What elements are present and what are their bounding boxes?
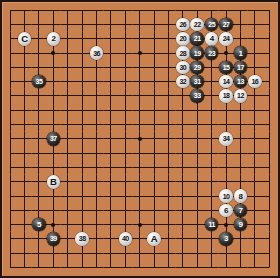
board-intersection xyxy=(75,89,89,103)
board-intersection xyxy=(17,175,31,189)
stone-black-7: 7 xyxy=(234,204,248,218)
board-intersection xyxy=(147,17,161,31)
stone-white-34: 34 xyxy=(219,132,233,146)
board-intersection xyxy=(133,3,147,17)
board-intersection xyxy=(104,175,118,189)
board-intersection xyxy=(46,260,60,274)
board-intersection xyxy=(75,103,89,117)
stone-black-29: 29 xyxy=(190,61,204,75)
board-intersection xyxy=(17,232,31,246)
board-intersection xyxy=(61,146,75,160)
board-intersection xyxy=(3,232,17,246)
board-intersection xyxy=(17,89,31,103)
board-intersection xyxy=(3,103,17,117)
board-intersection xyxy=(248,117,262,131)
board-intersection: 11 xyxy=(204,217,218,231)
board-intersection xyxy=(161,103,175,117)
board-intersection xyxy=(17,217,31,231)
stone-black-15: 15 xyxy=(219,61,233,75)
board-intersection xyxy=(262,3,276,17)
board-intersection xyxy=(204,132,218,146)
stone-black-19: 19 xyxy=(190,46,204,60)
board-intersection xyxy=(219,146,233,160)
board-intersection xyxy=(3,46,17,60)
board-intersection xyxy=(61,74,75,88)
board-intersection xyxy=(118,132,132,146)
board-intersection xyxy=(190,3,204,17)
board-intersection xyxy=(262,74,276,88)
board-intersection xyxy=(147,32,161,46)
board-intersection xyxy=(89,117,103,131)
board-intersection xyxy=(176,232,190,246)
board-intersection xyxy=(32,17,46,31)
board-intersection: 29 xyxy=(190,60,204,74)
stone-white-24: 24 xyxy=(219,32,233,46)
board-intersection xyxy=(248,3,262,17)
board-intersection xyxy=(248,217,262,231)
board-intersection xyxy=(262,103,276,117)
board-intersection xyxy=(3,117,17,131)
board-intersection xyxy=(118,203,132,217)
board-intersection xyxy=(176,89,190,103)
board-intersection xyxy=(75,246,89,260)
board-intersection xyxy=(46,160,60,174)
board-intersection xyxy=(3,217,17,231)
board-intersection xyxy=(133,46,147,60)
board-intersection xyxy=(161,3,175,17)
board-intersection xyxy=(89,3,103,17)
board-intersection xyxy=(89,246,103,260)
board-intersection xyxy=(262,175,276,189)
board-intersection xyxy=(133,175,147,189)
board-intersection xyxy=(75,160,89,174)
board-intersection xyxy=(133,32,147,46)
board-intersection: 38 xyxy=(75,232,89,246)
board-intersection xyxy=(161,32,175,46)
stone-white-8: 8 xyxy=(234,189,248,203)
board-intersection xyxy=(17,60,31,74)
board-intersection xyxy=(3,17,17,31)
board-intersection xyxy=(118,260,132,274)
board-intersection xyxy=(61,17,75,31)
board-intersection xyxy=(89,189,103,203)
board-intersection xyxy=(248,46,262,60)
board-intersection xyxy=(161,60,175,74)
board-intersection xyxy=(46,189,60,203)
board-intersection xyxy=(46,74,60,88)
board-intersection xyxy=(133,146,147,160)
board-intersection xyxy=(89,103,103,117)
board-intersection xyxy=(17,117,31,131)
board-intersection xyxy=(190,160,204,174)
board-intersection xyxy=(233,17,247,31)
board-intersection xyxy=(133,103,147,117)
board-intersection xyxy=(176,203,190,217)
board-intersection xyxy=(262,217,276,231)
board-intersection xyxy=(61,260,75,274)
stone-white-30: 30 xyxy=(176,61,190,75)
board-intersection xyxy=(3,132,17,146)
board-intersection: 23 xyxy=(204,46,218,60)
board-intersection xyxy=(204,117,218,131)
board-intersection xyxy=(204,203,218,217)
board-intersection xyxy=(161,17,175,31)
board-intersection xyxy=(204,175,218,189)
board-intersection xyxy=(248,160,262,174)
board-intersection xyxy=(190,217,204,231)
board-intersection xyxy=(104,3,118,17)
stone-white-36: 36 xyxy=(90,46,104,60)
board-intersection xyxy=(133,260,147,274)
stone-white-22: 22 xyxy=(190,18,204,32)
board-intersection xyxy=(61,89,75,103)
board-intersection xyxy=(262,260,276,274)
board-intersection xyxy=(147,89,161,103)
board-intersection: 8 xyxy=(233,189,247,203)
board-intersection xyxy=(233,160,247,174)
star-point xyxy=(224,51,228,55)
stone-white-32: 32 xyxy=(176,75,190,89)
board-intersection xyxy=(190,175,204,189)
board-intersection xyxy=(17,160,31,174)
board-intersection xyxy=(262,189,276,203)
board-intersection xyxy=(104,189,118,203)
board-intersection xyxy=(32,160,46,174)
board-intersection xyxy=(75,17,89,31)
stone-black-21: 21 xyxy=(190,32,204,46)
board-intersection xyxy=(204,260,218,274)
stone-white-28: 28 xyxy=(176,46,190,60)
stone-white-4: 4 xyxy=(205,32,219,46)
board-intersection xyxy=(133,232,147,246)
board-intersection xyxy=(3,89,17,103)
board-intersection xyxy=(248,132,262,146)
board-intersection xyxy=(248,32,262,46)
board-intersection xyxy=(248,260,262,274)
board-intersection xyxy=(104,89,118,103)
board-intersection xyxy=(204,232,218,246)
board-intersection: 4 xyxy=(204,32,218,46)
board-intersection xyxy=(75,74,89,88)
board-intersection xyxy=(147,3,161,17)
board-intersection xyxy=(89,260,103,274)
board-intersection xyxy=(204,246,218,260)
board-intersection xyxy=(248,246,262,260)
board-intersection xyxy=(3,175,17,189)
board-intersection xyxy=(161,175,175,189)
board-intersection xyxy=(75,3,89,17)
board-intersection xyxy=(176,117,190,131)
board-intersection xyxy=(262,232,276,246)
board-intersection xyxy=(248,232,262,246)
board-intersection: 20 xyxy=(176,32,190,46)
board-intersection xyxy=(3,32,17,46)
board-intersection xyxy=(262,17,276,31)
board-intersection: 16 xyxy=(248,74,262,88)
board-intersection xyxy=(17,203,31,217)
board-intersection xyxy=(75,60,89,74)
board-intersection: 3 xyxy=(219,232,233,246)
board-intersection: 15 xyxy=(219,60,233,74)
board-intersection xyxy=(104,117,118,131)
board-intersection xyxy=(161,160,175,174)
board-intersection xyxy=(46,103,60,117)
board-intersection xyxy=(17,17,31,31)
stone-black-3: 3 xyxy=(219,232,233,246)
board-intersection xyxy=(46,60,60,74)
board-intersection xyxy=(118,89,132,103)
stone-white-16: 16 xyxy=(248,75,262,89)
board-intersection: 35 xyxy=(32,74,46,88)
board-intersection xyxy=(204,146,218,160)
board-intersection xyxy=(147,246,161,260)
board-intersection xyxy=(17,189,31,203)
stone-black-23: 23 xyxy=(205,46,219,60)
board-intersection: 12 xyxy=(233,89,247,103)
board-intersection xyxy=(32,175,46,189)
board-intersection xyxy=(3,74,17,88)
stone-white-20: 20 xyxy=(176,32,190,46)
board-intersection xyxy=(118,17,132,31)
board-intersection xyxy=(32,89,46,103)
board-intersection xyxy=(248,103,262,117)
board-intersection xyxy=(46,89,60,103)
board-intersection xyxy=(3,3,17,17)
board-intersection xyxy=(89,203,103,217)
board-intersection xyxy=(32,189,46,203)
board-intersection xyxy=(233,3,247,17)
board-intersection: 22 xyxy=(190,17,204,31)
board-intersection xyxy=(190,117,204,131)
board-intersection xyxy=(248,175,262,189)
board-intersection xyxy=(233,117,247,131)
board-intersection: C xyxy=(17,32,31,46)
board-intersection xyxy=(133,60,147,74)
board-intersection xyxy=(32,103,46,117)
board-intersection xyxy=(219,246,233,260)
stone-black-17: 17 xyxy=(234,61,248,75)
board-intersection xyxy=(176,160,190,174)
board-intersection xyxy=(104,17,118,31)
board-intersection xyxy=(204,60,218,74)
board-intersection: 36 xyxy=(89,46,103,60)
board-intersection xyxy=(219,3,233,17)
board-intersection xyxy=(46,3,60,17)
stone-white-40: 40 xyxy=(119,232,133,246)
board-intersection xyxy=(161,203,175,217)
stone-black-25: 25 xyxy=(205,18,219,32)
board-intersection xyxy=(161,74,175,88)
board-intersection xyxy=(61,103,75,117)
star-point xyxy=(51,51,55,55)
board-intersection: 13 xyxy=(233,74,247,88)
board-intersection: 40 xyxy=(118,232,132,246)
board-intersection xyxy=(32,60,46,74)
board-intersection xyxy=(104,32,118,46)
board-intersection xyxy=(89,132,103,146)
board-intersection xyxy=(133,189,147,203)
board-intersection xyxy=(161,132,175,146)
stone-black-11: 11 xyxy=(205,218,219,232)
board-intersection xyxy=(46,217,60,231)
board-intersection xyxy=(248,203,262,217)
board-intersection xyxy=(133,89,147,103)
board-intersection xyxy=(147,132,161,146)
board-intersection xyxy=(3,189,17,203)
stone-black-13: 13 xyxy=(234,75,248,89)
board-intersection xyxy=(75,203,89,217)
board-intersection xyxy=(190,103,204,117)
board-intersection: 1 xyxy=(233,46,247,60)
board-intersection xyxy=(233,175,247,189)
board-intersection xyxy=(89,32,103,46)
board-intersection xyxy=(3,60,17,74)
board-intersection xyxy=(161,246,175,260)
board-intersection: 10 xyxy=(219,189,233,203)
board-intersection xyxy=(248,146,262,160)
board-intersection xyxy=(17,146,31,160)
board-intersection xyxy=(46,203,60,217)
board-intersection xyxy=(262,32,276,46)
board-intersection xyxy=(75,132,89,146)
board-intersection xyxy=(89,89,103,103)
stone-black-37: 37 xyxy=(47,132,61,146)
board-intersection xyxy=(176,146,190,160)
board-intersection xyxy=(219,260,233,274)
board-intersection xyxy=(248,189,262,203)
board-intersection xyxy=(147,175,161,189)
star-point xyxy=(224,223,228,227)
board-intersection: 28 xyxy=(176,46,190,60)
board-intersection xyxy=(17,246,31,260)
board-intersection xyxy=(161,146,175,160)
board-intersection xyxy=(61,3,75,17)
board-intersection xyxy=(176,103,190,117)
board-intersection xyxy=(89,217,103,231)
board-intersection xyxy=(17,132,31,146)
stone-white-14: 14 xyxy=(219,75,233,89)
stone-black-31: 31 xyxy=(190,75,204,89)
stone-white-38: 38 xyxy=(75,232,89,246)
board-intersection xyxy=(248,89,262,103)
stone-white-6: 6 xyxy=(219,204,233,218)
board-intersection xyxy=(104,160,118,174)
board-intersection xyxy=(89,17,103,31)
board-intersection: 19 xyxy=(190,46,204,60)
board-intersection xyxy=(161,232,175,246)
board-intersection xyxy=(89,232,103,246)
board-intersection xyxy=(118,117,132,131)
board-intersection: B xyxy=(46,175,60,189)
marker-C: C xyxy=(18,32,32,46)
stone-black-35: 35 xyxy=(32,75,46,89)
board-intersection xyxy=(233,32,247,46)
board-intersection xyxy=(233,246,247,260)
board-intersection: 6 xyxy=(219,203,233,217)
board-intersection xyxy=(161,46,175,60)
board-intersection xyxy=(262,160,276,174)
stone-black-27: 27 xyxy=(219,18,233,32)
board-intersection xyxy=(133,203,147,217)
board-intersection xyxy=(133,132,147,146)
board-intersection xyxy=(75,146,89,160)
board-intersection xyxy=(61,60,75,74)
board-intersection xyxy=(147,160,161,174)
board-intersection xyxy=(176,260,190,274)
board-intersection xyxy=(262,117,276,131)
board-intersection xyxy=(17,74,31,88)
board-intersection xyxy=(161,189,175,203)
board-intersection xyxy=(61,46,75,60)
board-intersection xyxy=(32,246,46,260)
board-intersection xyxy=(89,146,103,160)
board-intersection xyxy=(89,160,103,174)
board-intersection xyxy=(219,103,233,117)
board-intersection xyxy=(46,146,60,160)
board-intersection xyxy=(219,217,233,231)
board-intersection: 33 xyxy=(190,89,204,103)
board-intersection xyxy=(61,132,75,146)
board-intersection xyxy=(61,246,75,260)
board-intersection xyxy=(104,46,118,60)
stone-white-2: 2 xyxy=(47,32,61,46)
stone-black-5: 5 xyxy=(32,218,46,232)
board-intersection xyxy=(147,60,161,74)
board-intersection xyxy=(61,232,75,246)
board-intersection xyxy=(104,60,118,74)
marker-B: B xyxy=(47,175,61,189)
board-intersection xyxy=(118,160,132,174)
board-intersection xyxy=(233,232,247,246)
board-intersection xyxy=(133,74,147,88)
marker-A: A xyxy=(147,232,161,246)
board-intersection xyxy=(17,260,31,274)
board-intersection xyxy=(32,46,46,60)
board-intersection xyxy=(147,146,161,160)
board-intersection xyxy=(204,3,218,17)
board-intersection: 39 xyxy=(46,232,60,246)
board-intersection: 17 xyxy=(233,60,247,74)
board-intersection xyxy=(190,232,204,246)
board-intersection xyxy=(32,232,46,246)
board-intersection xyxy=(118,103,132,117)
board-intersection: 21 xyxy=(190,32,204,46)
stone-white-26: 26 xyxy=(176,18,190,32)
board-intersection xyxy=(32,203,46,217)
stone-white-10: 10 xyxy=(219,189,233,203)
board-intersection xyxy=(3,246,17,260)
board-intersection xyxy=(204,74,218,88)
board-intersection xyxy=(133,217,147,231)
board-intersection xyxy=(161,217,175,231)
board-intersection xyxy=(75,217,89,231)
board-intersection xyxy=(219,175,233,189)
board-intersection xyxy=(204,189,218,203)
board-intersection xyxy=(17,3,31,17)
board-intersection xyxy=(61,160,75,174)
board-intersection xyxy=(75,260,89,274)
board-intersection xyxy=(176,3,190,17)
board-intersection xyxy=(75,46,89,60)
board-intersection xyxy=(161,117,175,131)
board-intersection xyxy=(104,103,118,117)
board-intersection xyxy=(233,132,247,146)
board-intersection xyxy=(190,246,204,260)
board-intersection xyxy=(118,32,132,46)
board-intersection xyxy=(204,103,218,117)
board-intersection xyxy=(219,160,233,174)
board-intersection xyxy=(133,117,147,131)
